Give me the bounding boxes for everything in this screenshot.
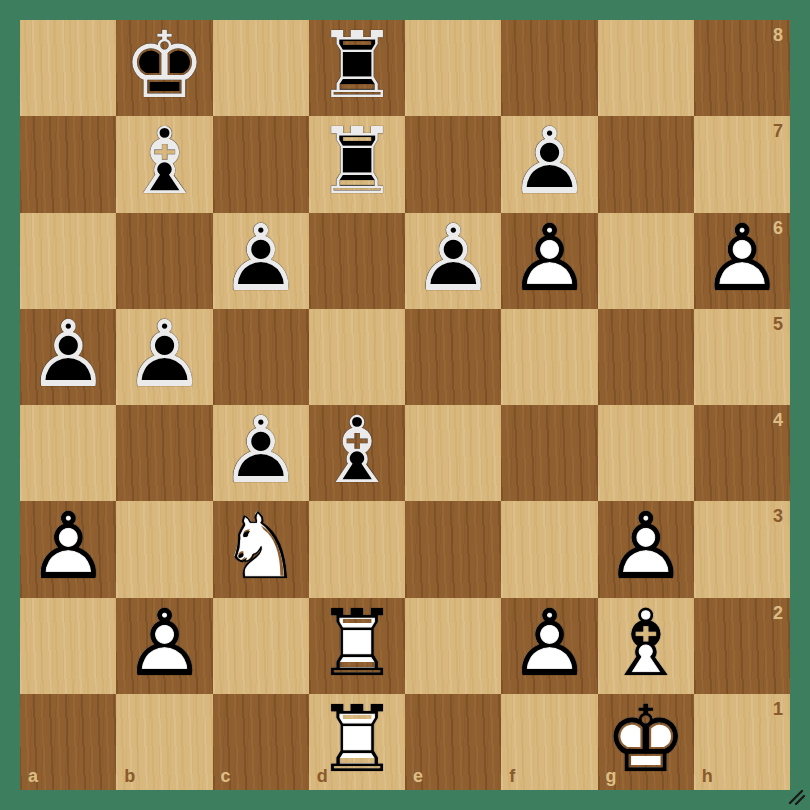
square-e3[interactable] [405,501,501,597]
file-label-b: b [124,766,135,787]
board-resize-handle[interactable] [787,787,807,807]
square-h5[interactable]: 5 [694,309,790,405]
square-f1[interactable]: f [501,694,597,790]
file-label-f: f [509,766,515,787]
square-a5[interactable]: ♟♙ [20,309,116,405]
piece-outline-glyph: ♗ [309,405,405,501]
square-h1[interactable]: 1h [694,694,790,790]
square-f7[interactable]: ♟♙ [501,116,597,212]
square-a8[interactable] [20,20,116,116]
square-h4[interactable]: 4 [694,405,790,501]
piece-outline-glyph: ♙ [213,213,309,309]
square-g7[interactable] [598,116,694,212]
piece-outline-glyph: ♖ [309,116,405,212]
piece-outline-glyph: ♙ [501,213,597,309]
piece-outline-glyph: ♖ [309,20,405,116]
black-king[interactable]: ♚♔ [116,20,212,116]
square-g4[interactable] [598,405,694,501]
white-rook[interactable]: ♜♖ [309,598,405,694]
piece-outline-glyph: ♙ [116,598,212,694]
square-c3[interactable]: ♞♘ [213,501,309,597]
piece-outline-glyph: ♙ [598,501,694,597]
rank-label-1: 1 [773,699,783,720]
square-g2[interactable]: ♝♗ [598,598,694,694]
square-g6[interactable] [598,213,694,309]
square-c5[interactable] [213,309,309,405]
piece-fill-glyph: ♜ [309,116,405,212]
file-label-d: d [317,766,328,787]
piece-fill-glyph: ♜ [309,598,405,694]
square-c7[interactable] [213,116,309,212]
chess-board: ♚♔♜♖8♝♗♜♖♟♙7♟♙♟♙♟♙♟♙6♟♙♟♙5♟♙♝♗4♟♙♞♘♟♙3♟♙… [20,20,790,790]
piece-fill-glyph: ♟ [501,116,597,212]
piece-outline-glyph: ♙ [501,116,597,212]
piece-outline-glyph: ♙ [213,405,309,501]
square-g3[interactable]: ♟♙ [598,501,694,597]
square-c8[interactable] [213,20,309,116]
piece-fill-glyph: ♟ [501,213,597,309]
piece-fill-glyph: ♟ [116,598,212,694]
black-rook[interactable]: ♜♖ [309,20,405,116]
piece-outline-glyph: ♙ [405,213,501,309]
black-pawn[interactable]: ♟♙ [213,405,309,501]
square-h3[interactable]: 3 [694,501,790,597]
piece-outline-glyph: ♙ [20,309,116,405]
square-f3[interactable] [501,501,597,597]
piece-fill-glyph: ♞ [213,501,309,597]
file-label-g: g [606,766,617,787]
piece-fill-glyph: ♝ [309,405,405,501]
file-label-e: e [413,766,423,787]
square-f2[interactable]: ♟♙ [501,598,597,694]
black-rook[interactable]: ♜♖ [309,116,405,212]
square-c6[interactable]: ♟♙ [213,213,309,309]
square-f8[interactable] [501,20,597,116]
square-f6[interactable]: ♟♙ [501,213,597,309]
white-pawn[interactable]: ♟♙ [501,213,597,309]
square-a1[interactable]: a [20,694,116,790]
piece-outline-glyph: ♙ [501,598,597,694]
white-pawn[interactable]: ♟♙ [116,598,212,694]
black-pawn[interactable]: ♟♙ [116,309,212,405]
square-a2[interactable] [20,598,116,694]
file-label-h: h [702,766,713,787]
square-b5[interactable]: ♟♙ [116,309,212,405]
piece-outline-glyph: ♘ [213,501,309,597]
board-frame: ♚♔♜♖8♝♗♜♖♟♙7♟♙♟♙♟♙♟♙6♟♙♟♙5♟♙♝♗4♟♙♞♘♟♙3♟♙… [0,0,810,810]
piece-fill-glyph: ♟ [501,598,597,694]
square-c1[interactable]: c [213,694,309,790]
white-pawn[interactable]: ♟♙ [501,598,597,694]
square-g8[interactable] [598,20,694,116]
square-h6[interactable]: ♟♙6 [694,213,790,309]
square-g5[interactable] [598,309,694,405]
piece-fill-glyph: ♟ [213,405,309,501]
square-d7[interactable]: ♜♖ [309,116,405,212]
square-e7[interactable] [405,116,501,212]
piece-outline-glyph: ♔ [116,20,212,116]
square-h2[interactable]: 2 [694,598,790,694]
piece-outline-glyph: ♙ [116,309,212,405]
square-f4[interactable] [501,405,597,501]
square-g1[interactable]: ♚♔g [598,694,694,790]
square-a4[interactable] [20,405,116,501]
square-b6[interactable] [116,213,212,309]
square-a6[interactable] [20,213,116,309]
rank-label-8: 8 [773,25,783,46]
square-e1[interactable]: e [405,694,501,790]
rank-label-5: 5 [773,314,783,335]
square-b3[interactable] [116,501,212,597]
piece-fill-glyph: ♟ [116,309,212,405]
square-b4[interactable] [116,405,212,501]
square-e4[interactable] [405,405,501,501]
piece-outline-glyph: ♖ [309,598,405,694]
square-e5[interactable] [405,309,501,405]
square-h7[interactable]: 7 [694,116,790,212]
square-b7[interactable]: ♝♗ [116,116,212,212]
file-label-a: a [28,766,38,787]
piece-fill-glyph: ♜ [309,20,405,116]
square-f5[interactable] [501,309,597,405]
square-d4[interactable]: ♝♗ [309,405,405,501]
piece-fill-glyph: ♝ [116,116,212,212]
rank-label-6: 6 [773,218,783,239]
white-knight[interactable]: ♞♘ [213,501,309,597]
square-a3[interactable]: ♟♙ [20,501,116,597]
black-pawn[interactable]: ♟♙ [20,309,116,405]
piece-fill-glyph: ♝ [598,598,694,694]
piece-outline-glyph: ♗ [116,116,212,212]
square-e8[interactable] [405,20,501,116]
square-e2[interactable] [405,598,501,694]
square-c2[interactable] [213,598,309,694]
white-pawn[interactable]: ♟♙ [598,501,694,597]
file-label-c: c [221,766,231,787]
black-bishop[interactable]: ♝♗ [116,116,212,212]
square-d3[interactable] [309,501,405,597]
black-pawn[interactable]: ♟♙ [501,116,597,212]
piece-fill-glyph: ♟ [405,213,501,309]
piece-fill-glyph: ♟ [598,501,694,597]
piece-fill-glyph: ♟ [20,309,116,405]
square-d8[interactable]: ♜♖ [309,20,405,116]
rank-label-3: 3 [773,506,783,527]
black-pawn[interactable]: ♟♙ [213,213,309,309]
square-b8[interactable]: ♚♔ [116,20,212,116]
piece-fill-glyph: ♟ [20,501,116,597]
rank-label-7: 7 [773,121,783,142]
rank-label-2: 2 [773,603,783,624]
white-pawn[interactable]: ♟♙ [20,501,116,597]
square-a7[interactable] [20,116,116,212]
square-d6[interactable] [309,213,405,309]
black-pawn[interactable]: ♟♙ [405,213,501,309]
square-d2[interactable]: ♜♖ [309,598,405,694]
square-b2[interactable]: ♟♙ [116,598,212,694]
square-e6[interactable]: ♟♙ [405,213,501,309]
white-bishop[interactable]: ♝♗ [598,598,694,694]
piece-outline-glyph: ♙ [20,501,116,597]
piece-fill-glyph: ♟ [213,213,309,309]
square-d1[interactable]: ♜♖d [309,694,405,790]
square-c4[interactable]: ♟♙ [213,405,309,501]
piece-fill-glyph: ♚ [116,20,212,116]
black-bishop[interactable]: ♝♗ [309,405,405,501]
rank-label-4: 4 [773,410,783,431]
square-h8[interactable]: 8 [694,20,790,116]
square-d5[interactable] [309,309,405,405]
square-b1[interactable]: b [116,694,212,790]
piece-outline-glyph: ♗ [598,598,694,694]
